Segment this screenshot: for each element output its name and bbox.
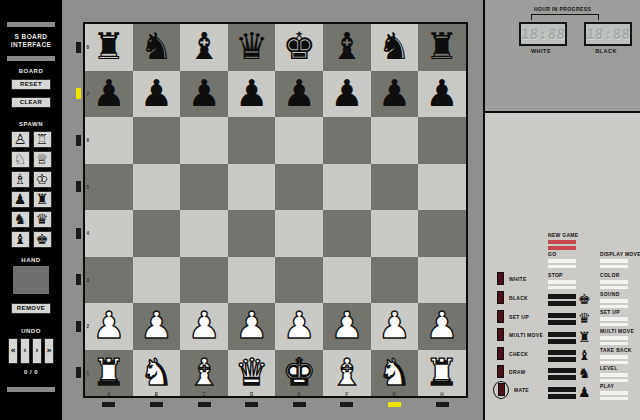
black-piece-n: ♞ <box>371 24 419 70</box>
pawn-key[interactable]: ♟ <box>548 387 593 401</box>
black-clock-label: BLACK <box>584 48 628 54</box>
go-key[interactable]: GO <box>548 251 593 270</box>
spawn-white-king-button[interactable]: ♔ <box>33 171 52 188</box>
king-key[interactable]: ♚ <box>548 294 593 308</box>
black-clock-display: 18:88 <box>584 22 632 46</box>
key-bar <box>548 265 576 269</box>
spawn-black-king-button[interactable]: ♚ <box>33 231 52 248</box>
square-e6[interactable] <box>275 117 323 164</box>
key-bar <box>600 342 628 346</box>
key-bar <box>548 313 576 318</box>
rank-label-3: 3 <box>87 277 90 282</box>
spawn-white-pawn-button[interactable]: ♙ <box>11 131 30 148</box>
key-bar <box>548 246 576 250</box>
status-led-row-black: BLACK <box>497 291 528 304</box>
spawn-black-rook-button[interactable]: ♜ <box>33 191 52 208</box>
square-h8[interactable]: ♜ <box>418 24 466 71</box>
status-led-row-set-up: SET UP <box>497 310 529 323</box>
square-e4[interactable] <box>275 210 323 257</box>
black-piece-b: ♝ <box>323 24 371 70</box>
sidebar-divider <box>7 56 55 61</box>
file-b-led <box>150 402 163 407</box>
status-led <box>497 365 504 378</box>
square-h3[interactable] <box>418 257 466 304</box>
black-piece-r: ♜ <box>85 24 133 70</box>
square-f7[interactable]: ♟ <box>323 71 371 118</box>
square-g4[interactable] <box>371 210 419 257</box>
color-key[interactable]: COLOR <box>600 272 640 291</box>
key-bar <box>548 280 576 284</box>
take-back-key[interactable]: TAKE BACK <box>600 347 640 366</box>
square-g8[interactable]: ♞ <box>371 24 419 71</box>
spawn-white-queen-button[interactable]: ♕ <box>33 151 52 168</box>
status-led-label: MULTI MOVE <box>509 332 543 338</box>
black-piece-p: ♟ <box>133 71 181 117</box>
square-c7[interactable]: ♟ <box>180 71 228 118</box>
square-c6[interactable] <box>180 117 228 164</box>
black-piece-p: ♟ <box>85 71 133 117</box>
file-label-g: G <box>371 392 419 397</box>
rank-4-led <box>76 228 81 239</box>
chess-board: ♜8♞♝♛♚♝♞♜♟7♟♟♟♟♟♟♟6543♟2♟♟♟♟♟♟♟♜1A♞B♝C♛D… <box>83 22 468 398</box>
redo-all-button[interactable]: » <box>44 338 54 364</box>
rank-7-led-lit <box>76 88 81 99</box>
key-bar <box>600 373 628 377</box>
remove-button[interactable]: REMOVE <box>11 303 51 314</box>
multi-move-key[interactable]: MULTI MOVE <box>600 328 640 347</box>
square-e1[interactable]: ♚E <box>275 350 323 397</box>
square-c4[interactable] <box>180 210 228 257</box>
square-b2[interactable]: ♟ <box>133 303 181 350</box>
square-g3[interactable] <box>371 257 419 304</box>
key-label: LEVEL <box>600 365 640 371</box>
file-f-led <box>340 402 353 407</box>
app-title: S BOARD INTERFACE <box>0 33 62 49</box>
square-e2[interactable]: ♟ <box>275 303 323 350</box>
spawn-black-queen-button[interactable]: ♛ <box>33 211 52 228</box>
file-a-led <box>102 402 115 407</box>
square-g5[interactable] <box>371 164 419 211</box>
key-bar <box>548 294 576 299</box>
file-label-d: D <box>228 392 276 397</box>
board-section-header: BOARD <box>0 68 62 74</box>
app-title-line2: INTERFACE <box>0 41 62 49</box>
square-a7[interactable]: ♟7 <box>85 71 133 118</box>
white-piece-p: ♟ <box>85 303 133 349</box>
new-game-key[interactable]: NEW GAME <box>548 232 593 252</box>
white-piece-r: ♜ <box>418 350 466 396</box>
key-bar <box>548 320 576 325</box>
white-piece-p: ♟ <box>371 303 419 349</box>
square-a5[interactable]: 5 <box>85 164 133 211</box>
square-a8[interactable]: ♜8 <box>85 24 133 71</box>
white-piece-r: ♜ <box>85 350 133 396</box>
rank-label-2: 2 <box>87 324 90 329</box>
file-label-h: H <box>418 392 466 397</box>
sidebar: S BOARD INTERFACE BOARD RESET CLEAR SPAW… <box>0 0 62 420</box>
square-c1[interactable]: ♝C <box>180 350 228 397</box>
square-h4[interactable] <box>418 210 466 257</box>
square-d7[interactable]: ♟ <box>228 71 276 118</box>
key-bar <box>548 332 576 337</box>
key-bar <box>600 336 628 340</box>
status-led-label: MATE <box>514 387 529 393</box>
clock-panel: HOUR IN PROGRESS 18:88 18:88 WHITE BLACK <box>483 0 640 113</box>
spawn-black-knight-button[interactable]: ♞ <box>11 211 30 228</box>
square-f5[interactable] <box>323 164 371 211</box>
rank-label-4: 4 <box>87 231 90 236</box>
stop-key[interactable]: STOP <box>548 272 593 291</box>
spawn-piece-palette: ♙♖♘♕♗♔♟♜♞♛♝♚ <box>11 131 52 248</box>
black-piece-p: ♟ <box>228 71 276 117</box>
status-led-label: BLACK <box>509 295 528 301</box>
key-label: STOP <box>548 272 593 278</box>
white-piece-p: ♟ <box>180 303 228 349</box>
key-label: DISPLAY MOVE <box>600 251 640 257</box>
square-d6[interactable] <box>228 117 276 164</box>
key-bar <box>600 286 628 290</box>
rank-label-8: 8 <box>87 45 90 50</box>
square-f4[interactable] <box>323 210 371 257</box>
black-piece-k: ♚ <box>275 24 323 70</box>
key-label: COLOR <box>600 272 640 278</box>
undo-section-header: UNDO <box>0 328 62 334</box>
square-b7[interactable]: ♟ <box>133 71 181 118</box>
key-label: MULTI MOVE <box>600 328 640 334</box>
square-b1[interactable]: ♞B <box>133 350 181 397</box>
key-bar <box>600 305 628 309</box>
white-piece-p: ♟ <box>418 303 466 349</box>
file-label-a: A <box>85 392 133 397</box>
black-piece-q: ♛ <box>228 24 276 70</box>
rank-label-1: 1 <box>87 370 90 375</box>
square-d1[interactable]: ♛D <box>228 350 276 397</box>
status-led-row-draw: DRAW <box>497 365 525 378</box>
white-piece-n: ♞ <box>371 350 419 396</box>
hand-slot <box>13 266 49 294</box>
black-piece-r: ♜ <box>418 24 466 70</box>
key-label: SOUND <box>600 291 640 297</box>
key-bar <box>600 317 628 321</box>
square-a4[interactable]: 4 <box>85 210 133 257</box>
white-clock-label: WHITE <box>519 48 563 54</box>
key-bar <box>600 259 628 263</box>
square-a1[interactable]: ♜1A <box>85 350 133 397</box>
spawn-white-bishop-button[interactable]: ♗ <box>11 171 30 188</box>
square-g1[interactable]: ♞G <box>371 350 419 397</box>
black-piece-p: ♟ <box>275 71 323 117</box>
key-label: TAKE BACK <box>600 347 640 353</box>
square-h6[interactable] <box>418 117 466 164</box>
undo-counter: 0 / 0 <box>0 369 62 375</box>
key-bar <box>548 375 576 380</box>
key-label: SET UP <box>600 309 640 315</box>
spawn-black-pawn-button[interactable]: ♟ <box>11 191 30 208</box>
file-e-led <box>293 402 306 407</box>
square-a6[interactable]: 6 <box>85 117 133 164</box>
square-d8[interactable]: ♛ <box>228 24 276 71</box>
rank-label-7: 7 <box>87 91 90 96</box>
square-f6[interactable] <box>323 117 371 164</box>
file-h-led <box>436 402 449 407</box>
redo-button[interactable]: › <box>32 338 42 364</box>
square-f1[interactable]: ♝F <box>323 350 371 397</box>
square-g6[interactable] <box>371 117 419 164</box>
key-bar <box>548 357 576 362</box>
status-led <box>497 328 504 341</box>
white-piece-k: ♚ <box>275 350 323 396</box>
reset-button[interactable]: RESET <box>11 79 51 90</box>
key-label: NEW GAME <box>548 232 593 238</box>
play-key[interactable]: PLAY <box>600 383 640 402</box>
square-b8[interactable]: ♞ <box>133 24 181 71</box>
square-c2[interactable]: ♟ <box>180 303 228 350</box>
square-g7[interactable]: ♟ <box>371 71 419 118</box>
status-led-label: SET UP <box>509 314 529 320</box>
key-bar <box>548 240 576 244</box>
hand-section-header: HAND <box>0 257 62 263</box>
key-bar <box>600 397 628 401</box>
status-led-row-check: CHECK <box>497 347 528 360</box>
queen-icon: ♛ <box>578 310 591 326</box>
file-g-led-lit <box>388 402 401 407</box>
white-piece-p: ♟ <box>228 303 276 349</box>
set-up-key[interactable]: SET UP <box>600 309 640 328</box>
file-label-b: B <box>133 392 181 397</box>
clock-header: HOUR IN PROGRESS <box>485 6 640 12</box>
white-piece-n: ♞ <box>133 350 181 396</box>
square-f8[interactable]: ♝ <box>323 24 371 71</box>
undo-controls: «‹›» <box>8 338 54 364</box>
undo-all-button[interactable]: « <box>8 338 18 364</box>
key-bar <box>600 280 628 284</box>
sidebar-divider <box>7 387 55 392</box>
square-h1[interactable]: ♜H <box>418 350 466 397</box>
chess-board-interface: S BOARD INTERFACE BOARD RESET CLEAR SPAW… <box>0 0 640 420</box>
square-f2[interactable]: ♟ <box>323 303 371 350</box>
square-b6[interactable] <box>133 117 181 164</box>
black-clock-digits: 18:88 <box>585 24 630 44</box>
square-b5[interactable] <box>133 164 181 211</box>
key-bar <box>548 350 576 355</box>
white-piece-p: ♟ <box>133 303 181 349</box>
status-led-label: WHITE <box>509 276 527 282</box>
level-key[interactable]: LEVEL <box>600 365 640 384</box>
black-piece-p: ♟ <box>371 71 419 117</box>
black-piece-p: ♟ <box>323 71 371 117</box>
rank-5-led <box>76 181 81 192</box>
key-bar <box>548 259 576 263</box>
status-led-row-multi-move: MULTI MOVE <box>497 328 543 341</box>
key-bar <box>600 265 628 269</box>
status-led-row-white: WHITE <box>497 272 527 285</box>
square-e5[interactable] <box>275 164 323 211</box>
rank-label-5: 5 <box>87 184 90 189</box>
spawn-white-rook-button[interactable]: ♖ <box>33 131 52 148</box>
square-b4[interactable] <box>133 210 181 257</box>
knight-icon: ♞ <box>578 365 591 381</box>
white-clock-digits: 18:88 <box>520 24 565 44</box>
square-c5[interactable] <box>180 164 228 211</box>
rank-6-led <box>76 135 81 146</box>
control-panel: WHITEBLACKSET UPMULTI MOVECHECKDRAWMATEN… <box>483 113 640 420</box>
rank-8-led <box>76 42 81 53</box>
black-piece-p: ♟ <box>418 71 466 117</box>
spawn-section-header: SPAWN <box>0 121 62 127</box>
rook-icon: ♜ <box>578 329 591 345</box>
file-label-e: E <box>275 392 323 397</box>
sound-key[interactable]: SOUND <box>600 291 640 310</box>
clear-button[interactable]: CLEAR <box>11 97 51 108</box>
square-d4[interactable] <box>228 210 276 257</box>
key-bar <box>600 355 628 359</box>
status-led <box>497 272 504 285</box>
clock-bracket-line <box>531 14 599 20</box>
square-c8[interactable]: ♝ <box>180 24 228 71</box>
status-led-label: CHECK <box>509 351 528 357</box>
square-f3[interactable] <box>323 257 371 304</box>
status-led <box>497 291 504 304</box>
key-bar <box>600 361 628 365</box>
knight-key[interactable]: ♞ <box>548 368 593 382</box>
square-c3[interactable] <box>180 257 228 304</box>
status-led <box>497 347 504 360</box>
status-led <box>498 383 505 396</box>
rook-key[interactable]: ♜ <box>548 332 593 346</box>
white-clock-display: 18:88 <box>519 22 567 46</box>
square-a2[interactable]: ♟2 <box>85 303 133 350</box>
square-e7[interactable]: ♟ <box>275 71 323 118</box>
file-c-led <box>198 402 211 407</box>
square-d3[interactable] <box>228 257 276 304</box>
key-bar <box>548 368 576 373</box>
led-ring <box>493 381 509 399</box>
spawn-white-knight-button[interactable]: ♘ <box>11 151 30 168</box>
key-bar <box>548 339 576 344</box>
square-h5[interactable] <box>418 164 466 211</box>
black-piece-n: ♞ <box>133 24 181 70</box>
rank-label-6: 6 <box>87 138 90 143</box>
file-d-led <box>245 402 258 407</box>
status-led <box>497 310 504 323</box>
white-piece-p: ♟ <box>275 303 323 349</box>
white-piece-b: ♝ <box>323 350 371 396</box>
key-bar <box>548 301 576 306</box>
rank-2-led <box>76 321 81 332</box>
white-piece-q: ♛ <box>228 350 276 396</box>
queen-key[interactable]: ♛ <box>548 313 593 327</box>
app-title-line1: S BOARD <box>0 33 62 41</box>
undo-button[interactable]: ‹ <box>20 338 30 364</box>
white-piece-p: ♟ <box>323 303 371 349</box>
square-h2[interactable]: ♟ <box>418 303 466 350</box>
bishop-key[interactable]: ♝ <box>548 350 593 364</box>
white-piece-b: ♝ <box>180 350 228 396</box>
square-e3[interactable] <box>275 257 323 304</box>
square-b3[interactable] <box>133 257 181 304</box>
black-piece-b: ♝ <box>180 24 228 70</box>
square-a3[interactable]: 3 <box>85 257 133 304</box>
square-e8[interactable]: ♚ <box>275 24 323 71</box>
rank-3-led <box>76 274 81 285</box>
key-bar <box>548 387 576 392</box>
file-label-c: C <box>180 392 228 397</box>
key-bar <box>600 299 628 303</box>
pawn-icon: ♟ <box>578 384 591 400</box>
rank-1-led <box>76 367 81 378</box>
key-bar <box>548 394 576 399</box>
square-h7[interactable]: ♟ <box>418 71 466 118</box>
king-icon: ♚ <box>578 291 591 307</box>
key-label: PLAY <box>600 383 640 389</box>
bishop-icon: ♝ <box>578 347 591 363</box>
status-led-row-mate: MATE <box>497 383 529 396</box>
file-label-f: F <box>323 392 371 397</box>
display-move-key[interactable]: DISPLAY MOVE <box>600 251 640 270</box>
square-g2[interactable]: ♟ <box>371 303 419 350</box>
status-led-label: DRAW <box>509 369 525 375</box>
sidebar-divider <box>7 22 55 27</box>
key-bar <box>600 323 628 327</box>
key-bar <box>600 391 628 395</box>
key-bar <box>600 379 628 383</box>
key-bar <box>548 286 576 290</box>
key-label: GO <box>548 251 593 257</box>
square-d5[interactable] <box>228 164 276 211</box>
square-d2[interactable]: ♟ <box>228 303 276 350</box>
spawn-black-bishop-button[interactable]: ♝ <box>11 231 30 248</box>
black-piece-p: ♟ <box>180 71 228 117</box>
